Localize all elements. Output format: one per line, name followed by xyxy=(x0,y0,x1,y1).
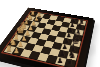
board-grid: ♜♟♟♜♞♟♟♞♝♟♟♝♛♟♟♛♚♟♟♚♝♟♟♝♞♟♟♞♜♟♟♜ xyxy=(4,12,86,67)
photo-scene: ♜♟♟♜♞♟♟♞♝♟♟♝♛♟♟♛♚♟♟♚♝♟♟♝♞♟♟♞♜♟♟♜ xyxy=(0,0,100,67)
board-fillet-line: ♜♟♟♜♞♟♟♞♝♟♟♝♛♟♟♛♚♟♟♚♝♟♟♝♞♟♟♞♜♟♟♜ xyxy=(1,11,88,67)
piece-black-pawn: ♟ xyxy=(57,57,64,64)
piece-black-rook: ♜ xyxy=(66,58,73,66)
piece-white-pawn: ♟ xyxy=(13,47,19,54)
square-h8: ♜ xyxy=(64,59,75,67)
square-d4 xyxy=(41,28,51,35)
piece-white-rook: ♜ xyxy=(5,45,12,53)
chess-set-product-photo: ♜♟♟♜♞♟♟♞♝♟♟♝♛♟♟♛♚♟♟♚♝♟♟♝♞♟♟♞♜♟♟♜ xyxy=(0,0,100,67)
chess-board-frame: ♜♟♟♜♞♟♟♞♝♟♟♝♛♟♟♛♚♟♟♚♝♟♟♝♞♟♟♞♜♟♟♜ xyxy=(0,7,94,67)
